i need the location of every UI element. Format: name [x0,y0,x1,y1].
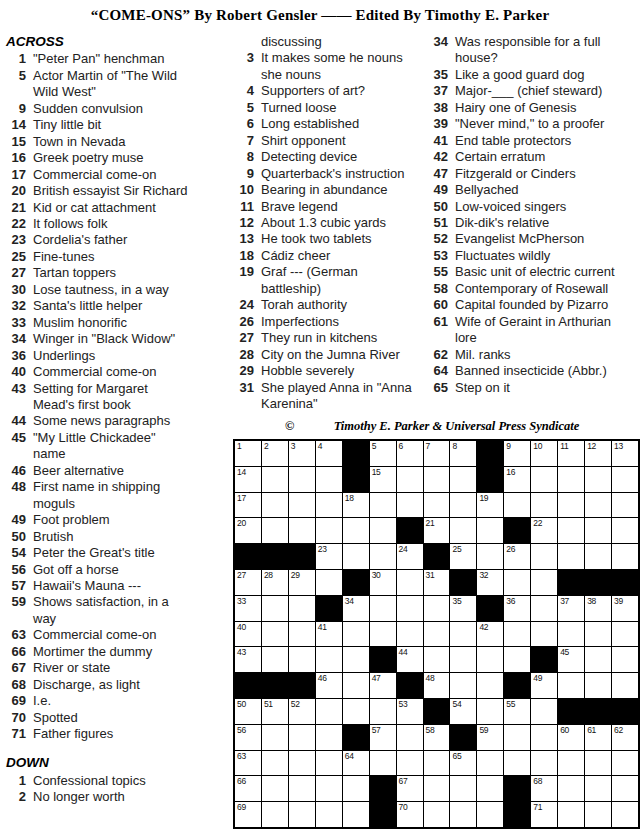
grid-cell[interactable]: 64 [343,751,369,776]
clue-item: 4Supporters of art? [234,83,417,99]
grid-cell[interactable] [370,699,396,724]
grid-cell[interactable] [316,518,342,543]
cell-number: 6 [399,442,403,451]
grid-cell[interactable] [585,673,611,698]
grid-cell[interactable] [531,544,557,569]
clue-text: They run in kitchens [261,330,377,345]
grid-cell[interactable] [450,493,476,518]
grid-cell[interactable] [289,622,315,647]
grid-cell[interactable]: 66 [235,776,261,801]
cell-number: 70 [399,803,408,812]
grid-cell[interactable] [477,699,503,724]
grid-cell[interactable]: 63 [235,751,261,776]
grid-cell[interactable] [343,647,369,672]
clue-text: Cádiz cheer [261,248,330,263]
grid-cell[interactable] [370,544,396,569]
clue-item: 37Major-___ (chief steward) [428,83,618,99]
grid-cell[interactable]: 7 [424,441,450,466]
clue-number: 1 [6,773,26,789]
grid-cell[interactable]: 46 [316,673,342,698]
grid-cell[interactable] [585,544,611,569]
clue-number: 30 [6,282,26,298]
grid-cell[interactable] [397,751,423,776]
clue-item: 18Cádiz cheer [234,248,417,264]
grid-cell[interactable]: 58 [424,725,450,750]
grid-cell[interactable] [558,751,584,776]
cell-number: 7 [426,442,430,451]
grid-cell[interactable]: 26 [504,544,530,569]
grid-cell[interactable]: 10 [531,441,557,466]
grid-cell[interactable] [397,467,423,492]
clue-item: 14Tiny little bit [6,117,189,133]
cell-number: 28 [264,571,273,580]
grid-cell[interactable]: 19 [477,493,503,518]
clue-number: 68 [6,677,26,693]
cell-number: 48 [426,674,435,683]
grid-cell[interactable]: 17 [235,493,261,518]
grid-cell[interactable] [370,622,396,647]
clue-item: 16Greek poetry muse [6,150,189,166]
grid-cell[interactable]: 2 [262,441,288,466]
grid-cell[interactable]: 68 [531,776,557,801]
grid-cell[interactable] [370,596,396,621]
clue-number: 44 [6,413,26,429]
grid-cell[interactable] [477,751,503,776]
clue-item: 54Peter the Great's title [6,545,189,561]
grid-cell[interactable] [343,776,369,801]
grid-cell[interactable] [316,647,342,672]
grid-cell[interactable] [343,699,369,724]
clue-item: 27They run in kitchens [234,330,417,346]
grid-cell[interactable]: 53 [397,699,423,724]
grid-cell[interactable]: 34 [343,596,369,621]
clue-text: About 1.3 cubic yards [261,215,386,230]
grid-cell[interactable] [397,596,423,621]
clue-item: 15Town in Nevada [6,134,189,150]
grid-cell[interactable] [343,622,369,647]
clue-text: discussing [261,34,322,49]
grid-cell[interactable] [397,570,423,595]
black-cell [262,544,288,569]
cell-number: 22 [533,519,542,528]
grid-cell[interactable]: 29 [289,570,315,595]
grid-cell[interactable]: 9 [504,441,530,466]
clue-text: Contemporary of Rosewall [455,281,608,296]
cell-number: 33 [237,597,246,606]
clue-item: 25Fine-tunes [6,249,189,265]
clue-item: 17Commercial come-on [6,167,189,183]
grid-cell[interactable] [424,751,450,776]
clue-item: 20British essayist Sir Richard [6,183,189,199]
cell-number: 58 [426,726,435,735]
grid-cell[interactable] [424,622,450,647]
grid-cell[interactable] [450,776,476,801]
grid-cell[interactable] [316,802,342,827]
grid-cell[interactable] [558,544,584,569]
clue-item: 28City on the Jumna River [234,347,417,363]
grid-cell[interactable]: 31 [424,570,450,595]
grid-cell[interactable]: 35 [450,596,476,621]
grid-cell[interactable]: 13 [612,441,638,466]
cell-number: 38 [587,597,596,606]
grid-cell[interactable]: 21 [424,518,450,543]
grid-cell[interactable] [450,467,476,492]
grid-cell[interactable] [262,622,288,647]
grid-cell[interactable]: 61 [585,725,611,750]
cell-number: 42 [479,623,488,632]
grid-cell[interactable] [262,725,288,750]
grid-cell[interactable] [504,570,530,595]
grid-cell[interactable]: 43 [235,647,261,672]
grid-cell[interactable] [504,622,530,647]
grid-cell[interactable] [558,467,584,492]
grid-cell[interactable]: 45 [558,647,584,672]
clue-text: "My Little Chickadee" name [33,430,156,461]
grid-cell[interactable]: 55 [504,699,530,724]
grid-cell[interactable] [531,751,557,776]
grid-cell[interactable] [585,751,611,776]
grid-cell[interactable] [262,596,288,621]
grid-cell[interactable] [504,725,530,750]
clue-text: No longer worth [33,789,125,804]
grid-cell[interactable]: 1 [235,441,261,466]
grid-cell[interactable]: 71 [531,802,557,827]
black-cell [477,596,503,621]
grid-cell[interactable] [558,673,584,698]
grid-cell[interactable]: 50 [235,699,261,724]
grid-cell[interactable] [558,518,584,543]
grid-cell[interactable] [289,493,315,518]
clue-text: He took two tablets [261,231,372,246]
grid-cell[interactable] [585,647,611,672]
grid-cell[interactable] [558,776,584,801]
clue-number: 9 [234,166,254,182]
grid-cell[interactable] [450,647,476,672]
black-cell [504,673,530,698]
grid-cell[interactable] [316,725,342,750]
grid-cell[interactable] [370,493,396,518]
clue-text: Muslim honorific [33,315,127,330]
grid-cell[interactable] [504,493,530,518]
cell-number: 31 [426,571,435,580]
clue-number: 61 [428,314,448,330]
grid-cell[interactable]: 40 [235,622,261,647]
clue-text: Sudden convulsion [33,101,143,116]
grid-cell[interactable] [424,467,450,492]
grid-cell[interactable]: 41 [316,622,342,647]
clue-text: Town in Nevada [33,134,126,149]
grid-cell[interactable] [397,493,423,518]
grid-cell[interactable] [612,751,638,776]
grid-cell[interactable]: 60 [558,725,584,750]
grid-cell[interactable] [585,802,611,827]
grid-cell[interactable] [397,725,423,750]
grid-cell[interactable] [504,751,530,776]
grid-cell[interactable] [531,699,557,724]
grid-cell[interactable] [531,596,557,621]
grid-cell[interactable] [531,725,557,750]
clue-text: Major-___ (chief steward) [455,83,602,98]
grid-cell[interactable]: 47 [370,673,396,698]
grid-cell[interactable] [370,751,396,776]
cell-number: 35 [452,597,461,606]
clue-text: Beer alternative [33,463,124,478]
grid-cell[interactable]: 12 [585,441,611,466]
grid-cell[interactable]: 25 [450,544,476,569]
clue-text: Basic unit of electric current [455,264,615,279]
grid-cell[interactable] [531,467,557,492]
black-cell [343,441,369,466]
grid-cell[interactable] [343,518,369,543]
cell-number: 34 [345,597,354,606]
clue-text: Winger in "Black Widow" [33,331,175,346]
black-cell [504,776,530,801]
clue-text: "Never mind," to a proofer [455,116,604,131]
grid-cell[interactable] [558,493,584,518]
grid-cell[interactable] [477,518,503,543]
grid-cell[interactable] [262,751,288,776]
clue-item: 40Commercial come-on [6,364,189,380]
grid-cell[interactable] [343,544,369,569]
clue-text: Santa's little helper [33,298,142,313]
grid-cell[interactable] [316,570,342,595]
grid-cell[interactable] [262,493,288,518]
cell-number: 8 [452,442,456,451]
clue-number: 24 [234,297,254,313]
grid-cell[interactable] [424,776,450,801]
grid-cell[interactable]: 70 [397,802,423,827]
grid-cell[interactable] [450,673,476,698]
grid-cell[interactable]: 44 [397,647,423,672]
clue-number: 42 [428,149,448,165]
grid-cell[interactable]: 6 [397,441,423,466]
clue-text: Kid or cat attachment [33,200,156,215]
grid-cell[interactable]: 33 [235,596,261,621]
clue-item: 5Actor Martin of "The Wild Wild West" [6,68,189,101]
grid-cell[interactable]: 48 [424,673,450,698]
grid-cell[interactable]: 56 [235,725,261,750]
grid-cell[interactable] [612,802,638,827]
grid-cell[interactable] [477,802,503,827]
grid-cell[interactable]: 27 [235,570,261,595]
grid-cell[interactable]: 18 [343,493,369,518]
grid-cell[interactable]: 28 [262,570,288,595]
black-cell [424,699,450,724]
grid-cell[interactable]: 62 [612,725,638,750]
grid-cell[interactable]: 16 [504,467,530,492]
grid-cell[interactable]: 52 [289,699,315,724]
grid-cell[interactable]: 39 [612,596,638,621]
clue-item: 47Fitzgerald or Cinders [428,166,618,182]
grid-cell[interactable] [477,673,503,698]
black-cell [558,570,584,595]
grid-cell[interactable]: 32 [477,570,503,595]
grid-cell[interactable] [262,467,288,492]
clue-text: Spotted [33,710,78,725]
grid-cell[interactable]: 65 [450,751,476,776]
grid-cell[interactable] [262,647,288,672]
grid-cell[interactable] [612,647,638,672]
clue-item: 11Brave legend [234,199,417,215]
grid-cell[interactable] [316,776,342,801]
grid-cell[interactable]: 42 [477,622,503,647]
clue-number: 4 [234,83,254,99]
grid-cell[interactable]: 51 [262,699,288,724]
grid-cell[interactable] [612,518,638,543]
grid-cell[interactable] [262,518,288,543]
grid-cell[interactable] [316,699,342,724]
clue-continuation: discussing [234,34,417,50]
grid-cell[interactable]: 11 [558,441,584,466]
grid-cell[interactable]: 4 [316,441,342,466]
grid-cell[interactable] [504,647,530,672]
grid-cell[interactable] [531,622,557,647]
grid-cell[interactable] [612,622,638,647]
grid-cell[interactable] [585,776,611,801]
clue-number: 58 [428,281,448,297]
grid-cell[interactable]: 22 [531,518,557,543]
clue-text: Torah authority [261,297,347,312]
grid-cell[interactable] [370,518,396,543]
grid-cell[interactable]: 57 [370,725,396,750]
grid-cell[interactable] [531,570,557,595]
cell-number: 14 [237,468,246,477]
grid-cell[interactable]: 37 [558,596,584,621]
grid-cell[interactable] [585,493,611,518]
grid-cell[interactable] [343,673,369,698]
grid-cell[interactable]: 15 [370,467,396,492]
clue-number: 49 [6,512,26,528]
cell-number: 63 [237,752,246,761]
grid-cell[interactable]: 36 [504,596,530,621]
grid-cell[interactable]: 38 [585,596,611,621]
clue-number: 26 [234,314,254,330]
clue-item: 38Hairy one of Genesis [428,100,618,116]
cell-number: 20 [237,519,246,528]
grid-cell[interactable] [612,544,638,569]
grid-cell[interactable]: 30 [370,570,396,595]
grid-cell[interactable] [450,802,476,827]
clue-text: British essayist Sir Richard [33,183,188,198]
grid-cell[interactable] [585,622,611,647]
black-cell [612,570,638,595]
clue-item: 55Basic unit of electric current [428,264,618,280]
clue-item: 27Tartan toppers [6,265,189,281]
clue-item: 24Torah authority [234,297,417,313]
grid-cell[interactable] [477,544,503,569]
clue-text: Discharge, as light [33,677,140,692]
clue-number: 32 [6,298,26,314]
grid-cell[interactable] [262,802,288,827]
grid-cell[interactable]: 5 [370,441,396,466]
grid-cell[interactable] [477,647,503,672]
clue-number: 10 [234,182,254,198]
grid-cell[interactable] [343,802,369,827]
grid-cell[interactable] [424,596,450,621]
cell-number: 11 [560,442,568,451]
grid-cell[interactable]: 20 [235,518,261,543]
grid-cell[interactable] [289,725,315,750]
grid-cell[interactable] [289,596,315,621]
grid-cell[interactable] [612,673,638,698]
grid-cell[interactable] [289,647,315,672]
clue-item: 50Brutish [6,529,189,545]
grid-cell[interactable] [397,622,423,647]
grid-cell[interactable] [531,493,557,518]
cell-number: 4 [318,442,322,451]
clue-number: 50 [428,199,448,215]
grid-cell[interactable] [424,647,450,672]
grid-cell[interactable]: 8 [450,441,476,466]
grid-cell[interactable] [316,751,342,776]
cell-number: 62 [614,726,623,735]
clue-item: 48First name in shipping moguls [6,479,189,512]
cell-number: 13 [614,442,623,451]
grid-cell[interactable]: 3 [289,441,315,466]
clue-text: Tiny little bit [33,117,101,132]
grid-cell[interactable]: 23 [316,544,342,569]
grid-cell[interactable] [585,518,611,543]
grid-cell[interactable] [262,776,288,801]
clue-item: 7Shirt opponent [234,133,417,149]
grid-cell[interactable]: 54 [450,699,476,724]
grid-cell[interactable] [316,493,342,518]
clue-item: 51Dik-dik's relative [428,215,618,231]
grid-cell[interactable] [585,467,611,492]
grid-cell[interactable]: 67 [397,776,423,801]
clue-number: 34 [6,331,26,347]
clue-number: 47 [428,166,448,182]
clue-number: 40 [6,364,26,380]
black-cell [316,596,342,621]
grid-cell[interactable]: 59 [477,725,503,750]
black-cell [262,673,288,698]
clue-item: 58Contemporary of Rosewall [428,281,618,297]
grid-cell[interactable] [612,493,638,518]
grid-cell[interactable] [450,622,476,647]
clue-item: 1"Peter Pan" henchman [6,51,189,67]
grid-cell[interactable] [450,518,476,543]
grid-cell[interactable] [289,802,315,827]
grid-cell[interactable]: 69 [235,802,261,827]
grid-cell[interactable] [477,776,503,801]
clue-number: 57 [6,578,26,594]
grid-cell[interactable] [289,751,315,776]
grid-cell[interactable] [424,493,450,518]
clue-item: 21Kid or cat attachment [6,200,189,216]
grid-cell[interactable] [289,518,315,543]
grid-cell[interactable] [289,776,315,801]
clue-text: Lose tautness, in a way [33,282,169,297]
clue-item: 9Quarterback's instruction [234,166,417,182]
grid-cell[interactable]: 24 [397,544,423,569]
grid-cell[interactable]: 49 [531,673,557,698]
clue-item: 53Fluctuates wildly [428,248,618,264]
clue-item: 69I.e. [6,693,189,709]
grid-cell[interactable] [424,802,450,827]
grid-cell[interactable] [558,622,584,647]
grid-cell[interactable] [612,776,638,801]
clue-text: Fine-tunes [33,249,94,264]
grid-cell[interactable] [289,467,315,492]
clue-item: 60Capital founded by Pizarro [428,297,618,313]
grid-cell[interactable]: 14 [235,467,261,492]
clue-item: 46Beer alternative [6,463,189,479]
grid-cell[interactable] [316,467,342,492]
grid-cell[interactable] [612,467,638,492]
grid-cell[interactable] [558,802,584,827]
clue-text: Hairy one of Genesis [455,100,576,115]
